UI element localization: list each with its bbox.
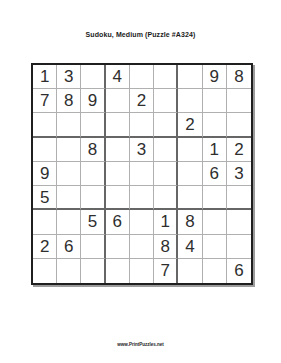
cell-r1c1: 1 — [33, 65, 57, 89]
cell-r6c9 — [227, 186, 251, 210]
cell-r9c5 — [130, 259, 154, 283]
cell-r1c8: 9 — [203, 65, 227, 89]
cell-r5c4 — [106, 162, 130, 186]
cell-r6c1: 5 — [33, 186, 57, 210]
cell-r7c3: 5 — [81, 210, 105, 234]
cell-r8c3 — [81, 235, 105, 259]
cell-r8c2: 6 — [57, 235, 81, 259]
cell-r1c2: 3 — [57, 65, 81, 89]
cell-r1c6 — [154, 65, 178, 89]
cell-r9c7 — [178, 259, 202, 283]
puzzle-title: Sudoku, Medium (Puzzle #A324) — [0, 30, 281, 40]
cell-r7c5 — [130, 210, 154, 234]
cell-r8c6: 8 — [154, 235, 178, 259]
cell-r3c8 — [203, 113, 227, 137]
cell-r7c9 — [227, 210, 251, 234]
cell-r3c3 — [81, 113, 105, 137]
cell-r9c9: 6 — [227, 259, 251, 283]
cell-r3c9 — [227, 113, 251, 137]
cell-r2c9 — [227, 89, 251, 113]
cell-r6c4 — [106, 186, 130, 210]
cell-r2c4 — [106, 89, 130, 113]
cell-r3c6 — [154, 113, 178, 137]
cell-r4c2 — [57, 138, 81, 162]
cell-r6c5 — [130, 186, 154, 210]
cell-r1c5 — [130, 65, 154, 89]
cell-r2c2: 8 — [57, 89, 81, 113]
cell-r5c1: 9 — [33, 162, 57, 186]
cell-r7c7: 8 — [178, 210, 202, 234]
cell-r5c3 — [81, 162, 105, 186]
cell-r6c8 — [203, 186, 227, 210]
cell-r2c1: 7 — [33, 89, 57, 113]
cell-r5c7 — [178, 162, 202, 186]
cell-r3c2 — [57, 113, 81, 137]
cell-r8c1: 2 — [33, 235, 57, 259]
cell-r9c6: 7 — [154, 259, 178, 283]
cell-r7c4: 6 — [106, 210, 130, 234]
cell-r3c7: 2 — [178, 113, 202, 137]
cell-r2c6 — [154, 89, 178, 113]
cell-r2c7 — [178, 89, 202, 113]
cell-r9c2 — [57, 259, 81, 283]
cell-r3c4 — [106, 113, 130, 137]
cell-r5c5 — [130, 162, 154, 186]
cell-r5c8: 6 — [203, 162, 227, 186]
cell-r4c6 — [154, 138, 178, 162]
cell-r8c5 — [130, 235, 154, 259]
cell-r9c4 — [106, 259, 130, 283]
sudoku-grid: 1349878922831296355618268476 — [31, 63, 253, 285]
cell-r4c1 — [33, 138, 57, 162]
cell-r7c2 — [57, 210, 81, 234]
cell-r5c2 — [57, 162, 81, 186]
cell-r9c1 — [33, 259, 57, 283]
cell-r2c8 — [203, 89, 227, 113]
footer-url: www.PrintPuzzles.net — [0, 342, 281, 348]
cell-r1c3 — [81, 65, 105, 89]
cell-r7c1 — [33, 210, 57, 234]
cell-r7c6: 1 — [154, 210, 178, 234]
cell-r9c3 — [81, 259, 105, 283]
cell-r8c8 — [203, 235, 227, 259]
cell-r4c7 — [178, 138, 202, 162]
cell-r1c4: 4 — [106, 65, 130, 89]
cell-r8c4 — [106, 235, 130, 259]
cell-r4c9: 2 — [227, 138, 251, 162]
cell-r4c8: 1 — [203, 138, 227, 162]
cell-r3c5 — [130, 113, 154, 137]
cell-r4c3: 8 — [81, 138, 105, 162]
cell-r6c3 — [81, 186, 105, 210]
cell-r1c9: 8 — [227, 65, 251, 89]
cell-r2c5: 2 — [130, 89, 154, 113]
cell-r5c6 — [154, 162, 178, 186]
cell-r6c6 — [154, 186, 178, 210]
puzzle-page: Sudoku, Medium (Puzzle #A324) 1349878922… — [0, 0, 281, 363]
cell-r8c9 — [227, 235, 251, 259]
cell-r2c3: 9 — [81, 89, 105, 113]
cell-r4c4 — [106, 138, 130, 162]
cell-r7c8 — [203, 210, 227, 234]
cell-r9c8 — [203, 259, 227, 283]
cell-r6c2 — [57, 186, 81, 210]
cell-r4c5: 3 — [130, 138, 154, 162]
cell-r1c7 — [178, 65, 202, 89]
cell-r5c9: 3 — [227, 162, 251, 186]
cell-r6c7 — [178, 186, 202, 210]
cell-r3c1 — [33, 113, 57, 137]
cell-r8c7: 4 — [178, 235, 202, 259]
